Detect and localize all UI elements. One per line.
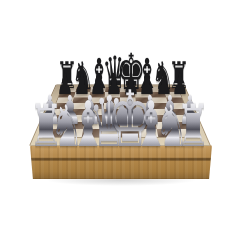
chess-set-photo: ♜♞♝♛♚♝♞♜♟♟♟♟♟♟♟♟♟♟♟♟♟♟♟♟♜♞♝♛♚♝♞♜ — [0, 0, 240, 240]
silver-rook-h1[interactable]: ♜ — [176, 97, 210, 155]
chess-pieces-layer: ♜♞♝♛♚♝♞♜♟♟♟♟♟♟♟♟♟♟♟♟♟♟♟♟♜♞♝♛♚♝♞♜ — [0, 0, 240, 240]
